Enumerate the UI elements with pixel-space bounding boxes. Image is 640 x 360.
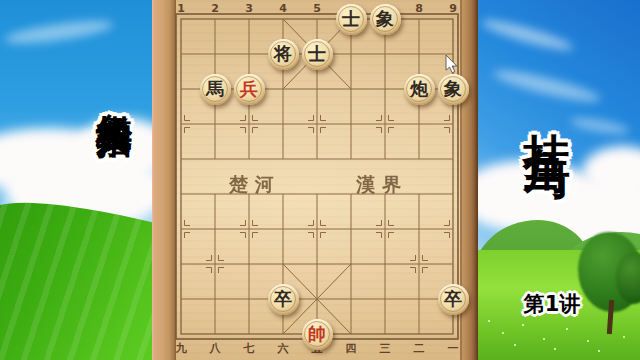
piece-black-horse[interactable]: 馬: [200, 74, 231, 105]
piece-black-advisor[interactable]: 士: [336, 4, 367, 35]
cloud-wisp: [3, 16, 114, 47]
piece-character: 士: [342, 10, 360, 28]
video-frame: 象棋经典杀招 挂角马 第1讲 123456789 九八七六五四三二一 楚河 漢界…: [0, 0, 640, 360]
piece-black-soldier[interactable]: 卒: [438, 284, 469, 315]
piece-character: 象: [376, 10, 394, 28]
piece-black-elephant[interactable]: 象: [370, 4, 401, 35]
cloud-wisp: [480, 15, 575, 55]
xiangqi-board: 123456789 九八七六五四三二一 楚河 漢界 士象将士馬兵炮象卒卒帥: [152, 0, 478, 360]
grass-hill: [0, 194, 152, 360]
piece-character: 馬: [206, 80, 224, 98]
piece-character: 卒: [274, 290, 292, 308]
lesson-number: 第1讲: [524, 290, 581, 318]
series-title: 象棋经典杀招: [96, 84, 132, 96]
background-left: [0, 0, 152, 360]
piece-character: 炮: [410, 80, 428, 98]
piece-red-soldier[interactable]: 兵: [234, 74, 265, 105]
piece-character: 象: [444, 80, 462, 98]
piece-black-elephant[interactable]: 象: [438, 74, 469, 105]
piece-character: 卒: [444, 290, 462, 308]
piece-black-general[interactable]: 将: [268, 39, 299, 70]
piece-red-general[interactable]: 帥: [302, 319, 333, 350]
piece-black-cannon[interactable]: 炮: [404, 74, 435, 105]
piece-character: 兵: [240, 80, 258, 98]
piece-character: 帥: [308, 325, 326, 343]
episode-title: 挂角马: [524, 96, 571, 135]
pieces-layer: 士象将士馬兵炮象卒卒帥: [152, 0, 478, 360]
piece-character: 将: [274, 45, 292, 63]
cloud-wisp: [569, 115, 630, 137]
piece-black-soldier[interactable]: 卒: [268, 284, 299, 315]
piece-character: 士: [308, 45, 326, 63]
mouse-cursor-icon: [445, 55, 459, 75]
piece-black-advisor[interactable]: 士: [302, 39, 333, 70]
